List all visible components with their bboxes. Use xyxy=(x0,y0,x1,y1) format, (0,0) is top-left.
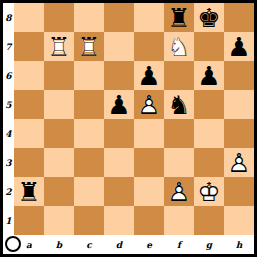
square-b1[interactable] xyxy=(44,206,74,235)
piece-white-king-g2[interactable]: ♚♔ xyxy=(197,179,220,205)
square-c5[interactable] xyxy=(74,90,104,119)
square-a2[interactable]: ♜ xyxy=(14,177,44,206)
piece-white-pawn-h3[interactable]: ♟♙ xyxy=(227,150,250,176)
square-c1[interactable] xyxy=(74,206,104,235)
square-a3[interactable] xyxy=(14,148,44,177)
piece-outline: ♖ xyxy=(47,32,70,61)
square-d6[interactable] xyxy=(104,61,134,90)
square-b4[interactable] xyxy=(44,119,74,148)
square-g3[interactable] xyxy=(194,148,224,177)
square-b2[interactable] xyxy=(44,177,74,206)
square-h2[interactable] xyxy=(224,177,254,206)
square-e7[interactable] xyxy=(134,32,164,61)
square-g6[interactable]: ♟ xyxy=(194,61,224,90)
piece-outline: ♙ xyxy=(137,90,160,119)
chess-board: ♜♚♜♖♜♖♞♘♟♟♟♟♟♙♞♟♙♜♟♙♚♔ xyxy=(14,3,254,235)
piece-black-rook-f8[interactable]: ♜ xyxy=(167,5,190,31)
file-label-b: b xyxy=(44,235,74,254)
rank-label-5: 5 xyxy=(3,90,14,119)
piece-black-knight-f5[interactable]: ♞ xyxy=(167,92,190,118)
square-h5[interactable] xyxy=(224,90,254,119)
square-a7[interactable] xyxy=(14,32,44,61)
square-a1[interactable] xyxy=(14,206,44,235)
rank-label-7: 7 xyxy=(3,32,14,61)
square-c6[interactable] xyxy=(74,61,104,90)
square-g4[interactable] xyxy=(194,119,224,148)
square-a6[interactable] xyxy=(14,61,44,90)
file-label-c: c xyxy=(74,235,104,254)
square-f7[interactable]: ♞♘ xyxy=(164,32,194,61)
square-d7[interactable] xyxy=(104,32,134,61)
square-d2[interactable] xyxy=(104,177,134,206)
rank-label-6: 6 xyxy=(3,61,14,90)
square-f6[interactable] xyxy=(164,61,194,90)
square-d1[interactable] xyxy=(104,206,134,235)
square-h8[interactable] xyxy=(224,3,254,32)
square-a5[interactable] xyxy=(14,90,44,119)
square-f2[interactable]: ♟♙ xyxy=(164,177,194,206)
square-c8[interactable] xyxy=(74,3,104,32)
square-f4[interactable] xyxy=(164,119,194,148)
square-e6[interactable]: ♟ xyxy=(134,61,164,90)
square-b6[interactable] xyxy=(44,61,74,90)
square-f8[interactable]: ♜ xyxy=(164,3,194,32)
square-g2[interactable]: ♚♔ xyxy=(194,177,224,206)
piece-black-king-g8[interactable]: ♚ xyxy=(197,5,220,31)
square-d3[interactable] xyxy=(104,148,134,177)
square-e4[interactable] xyxy=(134,119,164,148)
square-h6[interactable] xyxy=(224,61,254,90)
rank-label-2: 2 xyxy=(3,177,14,206)
file-label-h: h xyxy=(224,235,254,254)
piece-black-pawn-d5[interactable]: ♟ xyxy=(107,92,130,118)
square-g5[interactable] xyxy=(194,90,224,119)
square-g8[interactable]: ♚ xyxy=(194,3,224,32)
piece-black-rook-a2[interactable]: ♜ xyxy=(17,179,40,205)
piece-white-rook-b7[interactable]: ♜♖ xyxy=(47,34,70,60)
piece-outline: ♙ xyxy=(227,148,250,177)
piece-black-pawn-h7[interactable]: ♟ xyxy=(227,34,250,60)
file-labels: abcdefgh xyxy=(14,235,254,254)
square-e8[interactable] xyxy=(134,3,164,32)
square-b3[interactable] xyxy=(44,148,74,177)
piece-outline: ♖ xyxy=(77,32,100,61)
rank-label-1: 1 xyxy=(3,206,14,235)
piece-white-pawn-e5[interactable]: ♟♙ xyxy=(137,92,160,118)
square-h7[interactable]: ♟ xyxy=(224,32,254,61)
square-e2[interactable] xyxy=(134,177,164,206)
square-c4[interactable] xyxy=(74,119,104,148)
square-c2[interactable] xyxy=(74,177,104,206)
square-h4[interactable] xyxy=(224,119,254,148)
square-f5[interactable]: ♞ xyxy=(164,90,194,119)
piece-black-pawn-e6[interactable]: ♟ xyxy=(137,63,160,89)
square-b7[interactable]: ♜♖ xyxy=(44,32,74,61)
square-a4[interactable] xyxy=(14,119,44,148)
square-d4[interactable] xyxy=(104,119,134,148)
piece-white-pawn-f2[interactable]: ♟♙ xyxy=(167,179,190,205)
chess-diagram-frame: 87654321 ♜♚♜♖♜♖♞♘♟♟♟♟♟♙♞♟♙♜♟♙♚♔ abcdefgh xyxy=(0,0,257,257)
square-e1[interactable] xyxy=(134,206,164,235)
square-g7[interactable] xyxy=(194,32,224,61)
rank-labels: 87654321 xyxy=(3,3,14,235)
square-b8[interactable] xyxy=(44,3,74,32)
square-g1[interactable] xyxy=(194,206,224,235)
square-a8[interactable] xyxy=(14,3,44,32)
square-h3[interactable]: ♟♙ xyxy=(224,148,254,177)
file-label-f: f xyxy=(164,235,194,254)
square-c3[interactable] xyxy=(74,148,104,177)
rank-label-3: 3 xyxy=(3,148,14,177)
piece-outline: ♙ xyxy=(167,177,190,206)
square-e5[interactable]: ♟♙ xyxy=(134,90,164,119)
file-label-e: e xyxy=(134,235,164,254)
file-label-d: d xyxy=(104,235,134,254)
white-to-move-indicator xyxy=(5,236,21,252)
square-f1[interactable] xyxy=(164,206,194,235)
rank-label-4: 4 xyxy=(3,119,14,148)
piece-outline: ♔ xyxy=(197,177,220,206)
piece-outline: ♘ xyxy=(167,32,190,61)
piece-white-rook-c7[interactable]: ♜♖ xyxy=(77,34,100,60)
square-d5[interactable]: ♟ xyxy=(104,90,134,119)
file-label-g: g xyxy=(194,235,224,254)
piece-white-knight-f7[interactable]: ♞♘ xyxy=(167,34,190,60)
square-f3[interactable] xyxy=(164,148,194,177)
square-d8[interactable] xyxy=(104,3,134,32)
piece-black-pawn-g6[interactable]: ♟ xyxy=(197,63,220,89)
square-b5[interactable] xyxy=(44,90,74,119)
square-c7[interactable]: ♜♖ xyxy=(74,32,104,61)
square-h1[interactable] xyxy=(224,206,254,235)
rank-label-8: 8 xyxy=(3,3,14,32)
square-e3[interactable] xyxy=(134,148,164,177)
